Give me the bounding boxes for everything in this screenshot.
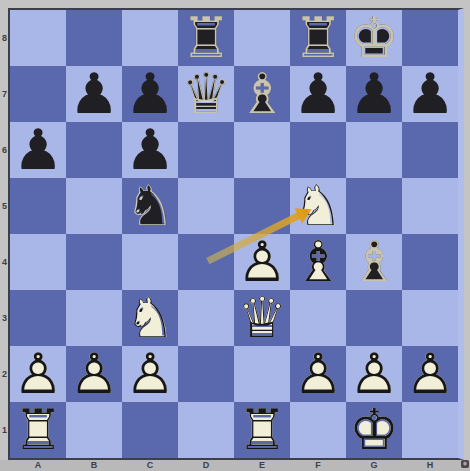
square-f1[interactable] [290,402,346,458]
piece-glyph-fill: ♟ [122,66,178,122]
rank-label-1: 1 [0,402,9,458]
piece-white-pawn[interactable]: ♟♙ [402,346,458,402]
square-f6[interactable] [290,122,346,178]
piece-glyph-line: ♙ [10,346,66,402]
square-h5[interactable] [402,178,458,234]
rank-label-4: 4 [0,234,9,290]
square-e7[interactable]: ♝♗ [234,66,290,122]
square-h8[interactable] [402,10,458,66]
piece-white-pawn[interactable]: ♟♙ [346,346,402,402]
file-label-g: G [346,459,402,471]
corner-dot-icon [461,460,469,468]
square-d8[interactable]: ♜♖ [178,10,234,66]
square-b6[interactable] [66,122,122,178]
piece-glyph-line: ♕ [234,290,290,346]
piece-white-rook[interactable]: ♜♖ [10,402,66,458]
square-d5[interactable] [178,178,234,234]
square-a7[interactable] [10,66,66,122]
square-b3[interactable] [66,290,122,346]
piece-glyph-fill: ♟ [402,66,458,122]
square-a3[interactable] [10,290,66,346]
piece-white-bishop[interactable]: ♝♗ [290,234,346,290]
square-a1[interactable]: ♜♖ [10,402,66,458]
piece-white-pawn[interactable]: ♟♙ [122,346,178,402]
square-h6[interactable] [402,122,458,178]
piece-glyph-line: ♖ [234,402,290,458]
square-d6[interactable] [178,122,234,178]
square-b2[interactable]: ♟♙ [66,346,122,402]
piece-black-queen[interactable]: ♛♕ [178,66,234,122]
chess-board[interactable]: ♜♖♜♖♚♔♟♟♛♕♝♗♟♟♟♟♟♞♘♞♘♟♙♝♗♝♗♞♘♛♕♟♙♟♙♟♙♟♙♟… [10,10,458,458]
square-g5[interactable] [346,178,402,234]
piece-glyph-line: ♖ [290,10,346,66]
piece-black-pawn[interactable]: ♟ [122,66,178,122]
piece-black-knight[interactable]: ♞♘ [122,178,178,234]
square-e6[interactable] [234,122,290,178]
square-f3[interactable] [290,290,346,346]
square-f2[interactable]: ♟♙ [290,346,346,402]
piece-black-pawn[interactable]: ♟ [66,66,122,122]
piece-white-pawn[interactable]: ♟♙ [234,234,290,290]
square-c3[interactable]: ♞♘ [122,290,178,346]
square-e2[interactable] [234,346,290,402]
file-label-b: B [66,459,122,471]
square-a6[interactable]: ♟ [10,122,66,178]
piece-black-king[interactable]: ♚♔ [346,10,402,66]
file-labels: ABCDEFGH [10,459,464,471]
square-c2[interactable]: ♟♙ [122,346,178,402]
square-a8[interactable] [10,10,66,66]
piece-glyph-line: ♙ [234,234,290,290]
piece-white-pawn[interactable]: ♟♙ [290,346,346,402]
rank-label-3: 3 [0,290,9,346]
piece-black-bishop[interactable]: ♝♗ [346,234,402,290]
piece-glyph-line: ♙ [402,346,458,402]
piece-glyph-line: ♘ [290,178,346,234]
piece-glyph-line: ♙ [122,346,178,402]
square-f5[interactable]: ♞♘ [290,178,346,234]
piece-black-pawn[interactable]: ♟ [402,66,458,122]
square-d2[interactable] [178,346,234,402]
piece-glyph-line: ♔ [346,10,402,66]
square-a2[interactable]: ♟♙ [10,346,66,402]
piece-black-pawn[interactable]: ♟ [290,66,346,122]
square-b5[interactable] [66,178,122,234]
file-label-h: H [402,459,458,471]
square-g7[interactable]: ♟ [346,66,402,122]
square-h4[interactable] [402,234,458,290]
square-g1[interactable]: ♚♔ [346,402,402,458]
file-label-d: D [178,459,234,471]
square-g2[interactable]: ♟♙ [346,346,402,402]
piece-glyph-line: ♙ [346,346,402,402]
piece-glyph-line: ♘ [122,178,178,234]
board-frame: ♜♖♜♖♚♔♟♟♛♕♝♗♟♟♟♟♟♞♘♞♘♟♙♝♗♝♗♞♘♛♕♟♙♟♙♟♙♟♙♟… [8,8,464,460]
piece-glyph-line: ♙ [66,346,122,402]
piece-black-rook[interactable]: ♜♖ [178,10,234,66]
piece-black-bishop[interactable]: ♝♗ [234,66,290,122]
file-label-f: F [290,459,346,471]
piece-glyph-fill: ♟ [122,122,178,178]
file-label-e: E [234,459,290,471]
piece-black-pawn[interactable]: ♟ [10,122,66,178]
piece-glyph-fill: ♟ [66,66,122,122]
piece-glyph-line: ♖ [10,402,66,458]
rank-label-5: 5 [0,178,9,234]
square-a4[interactable] [10,234,66,290]
rank-label-2: 2 [0,346,9,402]
rank-label-6: 6 [0,122,9,178]
square-a5[interactable] [10,178,66,234]
square-c6[interactable]: ♟ [122,122,178,178]
square-d4[interactable] [178,234,234,290]
square-c5[interactable]: ♞♘ [122,178,178,234]
square-h2[interactable]: ♟♙ [402,346,458,402]
square-g3[interactable] [346,290,402,346]
square-c7[interactable]: ♟ [122,66,178,122]
square-f8[interactable]: ♜♖ [290,10,346,66]
piece-glyph-line: ♔ [346,402,402,458]
piece-white-knight[interactable]: ♞♘ [122,290,178,346]
square-c4[interactable] [122,234,178,290]
piece-glyph-line: ♕ [178,66,234,122]
square-e3[interactable]: ♛♕ [234,290,290,346]
rank-label-7: 7 [0,66,9,122]
square-h7[interactable]: ♟ [402,66,458,122]
square-b7[interactable]: ♟ [66,66,122,122]
square-h3[interactable] [402,290,458,346]
chess-board-page: { "game": "chess", "position": "3r1rk1/1… [0,0,470,471]
piece-black-pawn[interactable]: ♟ [346,66,402,122]
rank-labels: 87654321 [0,10,9,458]
piece-white-pawn[interactable]: ♟♙ [66,346,122,402]
piece-white-knight[interactable]: ♞♘ [290,178,346,234]
square-g6[interactable] [346,122,402,178]
piece-black-rook[interactable]: ♜♖ [290,10,346,66]
piece-black-pawn[interactable]: ♟ [122,122,178,178]
piece-glyph-fill: ♟ [10,122,66,178]
piece-glyph-line: ♙ [290,346,346,402]
square-g8[interactable]: ♚♔ [346,10,402,66]
square-e8[interactable] [234,10,290,66]
piece-white-pawn[interactable]: ♟♙ [10,346,66,402]
square-f4[interactable]: ♝♗ [290,234,346,290]
square-e1[interactable]: ♜♖ [234,402,290,458]
square-e4[interactable]: ♟♙ [234,234,290,290]
square-d1[interactable] [178,402,234,458]
piece-glyph-fill: ♟ [346,66,402,122]
piece-glyph-line: ♖ [178,10,234,66]
piece-glyph-line: ♗ [346,234,402,290]
square-b8[interactable] [66,10,122,66]
piece-glyph-line: ♘ [122,290,178,346]
square-d3[interactable] [178,290,234,346]
square-c8[interactable] [122,10,178,66]
piece-glyph-line: ♗ [234,66,290,122]
piece-glyph-line: ♗ [290,234,346,290]
square-e5[interactable] [234,178,290,234]
square-d7[interactable]: ♛♕ [178,66,234,122]
square-b1[interactable] [66,402,122,458]
square-b4[interactable] [66,234,122,290]
piece-white-king[interactable]: ♚♔ [346,402,402,458]
piece-white-rook[interactable]: ♜♖ [234,402,290,458]
file-label-c: C [122,459,178,471]
rank-label-8: 8 [0,10,9,66]
piece-glyph-fill: ♟ [290,66,346,122]
square-f7[interactable]: ♟ [290,66,346,122]
square-g4[interactable]: ♝♗ [346,234,402,290]
file-label-a: A [10,459,66,471]
piece-white-queen[interactable]: ♛♕ [234,290,290,346]
square-h1[interactable] [402,402,458,458]
square-c1[interactable] [122,402,178,458]
